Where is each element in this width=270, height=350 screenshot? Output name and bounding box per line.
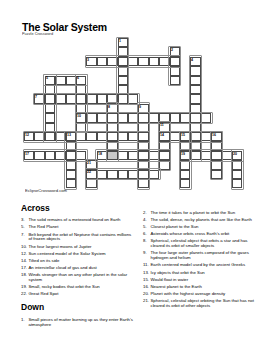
- clue-item: 3.The solid remains of a meteoroid found…: [21, 218, 133, 223]
- grid-cell[interactable]: [128, 170, 138, 179]
- grid-cell[interactable]: [86, 170, 96, 179]
- clue-number: 1.: [21, 317, 29, 327]
- grid-cell[interactable]: [138, 113, 148, 122]
- clue-item: 15.Would float in water: [143, 277, 255, 282]
- grid-cell[interactable]: [118, 47, 128, 56]
- clue-number: 11.: [143, 263, 151, 268]
- clue-number: 22.: [21, 292, 29, 297]
- grid-cell[interactable]: [201, 151, 211, 160]
- down-heading: Down: [21, 303, 133, 313]
- clue-number: 16.: [143, 284, 151, 289]
- grid-cell[interactable]: [66, 141, 76, 150]
- grid-cell[interactable]: [201, 132, 211, 141]
- grid-cell[interactable]: [159, 141, 169, 150]
- grid-cell[interactable]: [76, 85, 86, 94]
- clue-text: Planet with the highest average density: [151, 291, 256, 296]
- clue-item: 17.An interstellar cloud of gas and dust: [21, 265, 133, 270]
- clue-text: Winds stronger than on any other planet …: [29, 272, 134, 282]
- grid-cell[interactable]: [45, 113, 55, 122]
- grid-cell[interactable]: [118, 38, 128, 47]
- grid-cell[interactable]: [45, 132, 55, 141]
- clue-item: 2.The time it takes for a planet to orbi…: [143, 210, 255, 215]
- grid-cell[interactable]: [66, 76, 76, 85]
- clue-text: The Red Planet: [29, 225, 134, 230]
- clue-item: 11.Earth centered model used by the anci…: [143, 263, 255, 268]
- clue-text: An interstellar cloud of gas and dust: [29, 265, 134, 270]
- grid-cell[interactable]: [211, 141, 221, 150]
- grid-cell[interactable]: [128, 132, 138, 141]
- grid-cell[interactable]: [45, 94, 55, 103]
- grid-cell[interactable]: [97, 151, 107, 160]
- grid-cell[interactable]: [170, 57, 180, 66]
- grid-cell[interactable]: [24, 132, 34, 141]
- clue-item: 20.Planet with the highest average densi…: [143, 291, 255, 296]
- grid-cell[interactable]: [97, 132, 107, 141]
- grid-cell[interactable]: [128, 94, 138, 103]
- clue-number: 5.: [143, 224, 151, 229]
- clue-text: Spherical, celestial object that orbits …: [151, 239, 256, 249]
- clue-number: 7.: [21, 232, 29, 242]
- clue-number: 18.: [21, 272, 29, 282]
- grid-cell[interactable]: [159, 113, 169, 122]
- grid-cell[interactable]: [45, 104, 55, 113]
- grid-cell[interactable]: [190, 76, 200, 85]
- grid-cell[interactable]: [118, 57, 128, 66]
- clue-text: Tilted on its side: [29, 258, 134, 263]
- across-heading: Across: [21, 203, 133, 213]
- clue-item: 5.The Red Planet: [21, 225, 133, 230]
- clue-number: 15.: [143, 277, 151, 282]
- grid-cell[interactable]: [107, 170, 117, 179]
- grid-cell[interactable]: [211, 170, 221, 179]
- clue-text: Sun centered model of the Solar System: [29, 251, 134, 256]
- grid-cell[interactable]: [66, 160, 76, 169]
- clue-number: 6.: [143, 231, 151, 236]
- grid-cell[interactable]: [138, 179, 148, 188]
- grid-cell[interactable]: [190, 94, 200, 103]
- clue-number: 8.: [143, 239, 151, 249]
- worksheet-page: The Solar System Puzzle Crossword 123456…: [0, 0, 270, 350]
- grid-cell[interactable]: [107, 132, 117, 141]
- grid-cell[interactable]: [107, 123, 117, 132]
- grid-cell[interactable]: [180, 170, 190, 179]
- grid-cell[interactable]: [180, 141, 190, 150]
- grid-cell[interactable]: [76, 132, 86, 141]
- grid-cell[interactable]: [180, 160, 190, 169]
- grid-cell[interactable]: [128, 113, 138, 122]
- grid-cell[interactable]: [138, 123, 148, 132]
- clue-number: 21.: [143, 298, 151, 308]
- grid-cell[interactable]: [76, 94, 86, 103]
- grid-cell[interactable]: [232, 179, 242, 188]
- clue-item: 19.Small, rocky bodies that orbit the Su…: [21, 284, 133, 289]
- grid-cell[interactable]: [128, 151, 138, 160]
- grid-cell[interactable]: [118, 66, 128, 75]
- grid-cell[interactable]: [66, 179, 76, 188]
- grid-cell[interactable]: [97, 113, 107, 122]
- grid-cell[interactable]: [66, 151, 76, 160]
- clue-item: 1.Small pieces of matter burning up as t…: [21, 317, 133, 327]
- clue-text: Nearest planet to the Earth: [151, 284, 256, 289]
- grid-cell[interactable]: [159, 151, 169, 160]
- clue-text: Belt beyond the orbit of Neptune that co…: [29, 232, 134, 242]
- grid-cell[interactable]: [128, 57, 138, 66]
- grid-cell[interactable]: [138, 132, 148, 141]
- grid-cell[interactable]: [97, 94, 107, 103]
- clue-number: 5.: [21, 225, 29, 230]
- clue-number: 14.: [21, 258, 29, 263]
- grid-cell[interactable]: [24, 151, 34, 160]
- grid-cell[interactable]: [55, 94, 65, 103]
- clue-text: Would float in water: [151, 277, 256, 282]
- grid-cell[interactable]: [138, 160, 148, 169]
- grid-cell[interactable]: [190, 141, 200, 150]
- clue-text: Closest planet to the Sun: [151, 224, 256, 229]
- grid-cell[interactable]: [211, 160, 221, 169]
- grid-cell[interactable]: [55, 132, 65, 141]
- grid-cell[interactable]: [86, 160, 96, 169]
- grid-cell[interactable]: [34, 151, 44, 160]
- grid-cell[interactable]: [66, 94, 76, 103]
- grid-cell[interactable]: [190, 57, 200, 66]
- grid-cell[interactable]: [180, 151, 190, 160]
- clue-item: 8.Spherical, celestial object that orbit…: [143, 239, 255, 249]
- clue-item: 10.The four largest moons of Jupiter: [21, 244, 133, 249]
- grid-cell[interactable]: [86, 94, 96, 103]
- footer-link[interactable]: EclipseCrossword.com: [25, 189, 67, 193]
- clue-text: Small, rocky bodies that orbit the Sun: [29, 284, 134, 289]
- grid-cell[interactable]: [211, 132, 221, 141]
- grid-cell[interactable]: [107, 104, 117, 113]
- grid-cell[interactable]: [170, 132, 180, 141]
- grid-cell[interactable]: [34, 94, 44, 103]
- clue-text: The time it takes for a planet to orbit …: [151, 210, 256, 215]
- clue-item: 14.Tilted on its side: [21, 258, 133, 263]
- clue-text: The four large outer planets composed of…: [151, 251, 256, 261]
- grid-cell[interactable]: [159, 57, 169, 66]
- clue-number: 20.: [143, 291, 151, 296]
- clue-item: 13.Icy objects that orbit the Sun: [143, 270, 255, 275]
- grid-cell[interactable]: [149, 170, 159, 179]
- clue-item: 18.Winds stronger than on any other plan…: [21, 272, 133, 282]
- clue-item: 7.Belt beyond the orbit of Neptune that …: [21, 232, 133, 242]
- grid-cell[interactable]: [45, 85, 55, 94]
- clue-text: Small pieces of matter burning up as the…: [29, 317, 134, 327]
- grid-cell[interactable]: [118, 85, 128, 94]
- grid-cell[interactable]: [190, 104, 200, 113]
- grid-cell[interactable]: [107, 141, 117, 150]
- grid-cell[interactable]: [232, 151, 242, 160]
- grid-cell[interactable]: [149, 57, 159, 66]
- grid-cell[interactable]: [66, 170, 76, 179]
- clue-text: The four largest moons of Jupiter: [29, 244, 134, 249]
- grid-cell[interactable]: [170, 47, 180, 56]
- grid-cell[interactable]: [138, 170, 148, 179]
- grid-cell[interactable]: [107, 94, 117, 103]
- grid-cell[interactable]: [45, 76, 55, 85]
- grid-cell[interactable]: [190, 151, 200, 160]
- across-clue-list: 3.The solid remains of a meteoroid found…: [21, 218, 133, 297]
- grid-cell[interactable]: [170, 76, 180, 85]
- clue-number: 12.: [21, 251, 29, 256]
- grid-cell[interactable]: [180, 132, 190, 141]
- crossword-grid: 12345678910111213141516171819202122: [0, 0, 270, 200]
- grid-cell[interactable]: [138, 141, 148, 150]
- clue-number: 13.: [143, 270, 151, 275]
- grid-cell[interactable]: [149, 151, 159, 160]
- grid-cell[interactable]: [138, 104, 148, 113]
- clue-number: 3.: [21, 218, 29, 223]
- clue-column-right: 2.The time it takes for a planet to orbi…: [143, 203, 255, 329]
- clue-text: The solid remains of a meteoroid found o…: [29, 218, 134, 223]
- grid-cell[interactable]: [190, 132, 200, 141]
- grid-cell[interactable]: [118, 113, 128, 122]
- grid-cell[interactable]: [211, 151, 221, 160]
- clue-section: Across 3.The solid remains of a meteoroi…: [21, 203, 256, 329]
- grid-cell[interactable]: [107, 57, 117, 66]
- clue-text: Asteroids whose orbits cross Earth's orb…: [151, 231, 256, 236]
- grid-cell[interactable]: [45, 151, 55, 160]
- grid-cell[interactable]: [149, 113, 159, 122]
- clue-text: Spherical, celestial object orbiting the…: [151, 298, 256, 308]
- grid-cell[interactable]: [76, 151, 86, 160]
- grid-cell[interactable]: [138, 151, 148, 160]
- grid-cell[interactable]: [107, 151, 117, 160]
- grid-cell[interactable]: [170, 66, 180, 75]
- grid-cell[interactable]: [55, 76, 65, 85]
- clue-item: 4.The solid, dense, rocky planets that a…: [143, 217, 255, 222]
- clue-item: 21.Spherical, celestial object orbiting …: [143, 298, 255, 308]
- grid-cell[interactable]: [76, 76, 86, 85]
- grid-cell[interactable]: [190, 113, 200, 122]
- grid-cell[interactable]: [222, 151, 232, 160]
- grid-cell[interactable]: [118, 151, 128, 160]
- grid-cell[interactable]: [138, 57, 148, 66]
- clue-number: 10.: [21, 244, 29, 249]
- clue-column-left: Across 3.The solid remains of a meteoroi…: [21, 203, 133, 329]
- grid-cell[interactable]: [86, 113, 96, 122]
- grid-cell[interactable]: [170, 113, 180, 122]
- down-clue-list-left: 1.Small pieces of matter burning up as t…: [21, 317, 133, 327]
- grid-cell[interactable]: [232, 160, 242, 169]
- grid-cell[interactable]: [45, 123, 55, 132]
- clue-item: 12.Sun centered model of the Solar Syste…: [21, 251, 133, 256]
- grid-cell[interactable]: [159, 160, 169, 169]
- grid-cell[interactable]: [118, 132, 128, 141]
- grid-cell[interactable]: [34, 132, 44, 141]
- clue-item: 6.Asteroids whose orbits cross Earth's o…: [143, 231, 255, 236]
- grid-cell[interactable]: [76, 123, 86, 132]
- grid-cell[interactable]: [190, 85, 200, 94]
- clue-item: 9.The four large outer planets composed …: [143, 251, 255, 261]
- clue-text: Great Red Spot: [29, 292, 134, 297]
- grid-cell[interactable]: [118, 76, 128, 85]
- clue-number: 17.: [21, 265, 29, 270]
- grid-cell[interactable]: [76, 113, 86, 122]
- grid-cell[interactable]: [55, 151, 65, 160]
- grid-cell[interactable]: [180, 113, 190, 122]
- down-clue-list-right: 2.The time it takes for a planet to orbi…: [143, 210, 255, 308]
- clue-number: 9.: [143, 251, 151, 261]
- grid-cell[interactable]: [97, 170, 107, 179]
- grid-cell[interactable]: [86, 132, 96, 141]
- grid-cell[interactable]: [66, 132, 76, 141]
- grid-cell[interactable]: [180, 179, 190, 188]
- grid-cell[interactable]: [86, 57, 96, 66]
- clue-text: Icy objects that orbit the Sun: [151, 270, 256, 275]
- clue-item: 22.Great Red Spot: [21, 292, 133, 297]
- clue-text: The solid, dense, rocky planets that are…: [151, 217, 256, 222]
- clue-number: 4.: [143, 217, 151, 222]
- clue-text: Earth centered model used by the ancient…: [151, 263, 256, 268]
- clue-number: 2.: [143, 210, 151, 215]
- grid-cell[interactable]: [107, 113, 117, 122]
- grid-cell[interactable]: [232, 170, 242, 179]
- grid-cell[interactable]: [190, 123, 200, 132]
- grid-cell[interactable]: [201, 113, 211, 122]
- clue-item: 5.Closest planet to the Sun: [143, 224, 255, 229]
- grid-cell[interactable]: [86, 179, 96, 188]
- grid-cell[interactable]: [190, 66, 200, 75]
- grid-cell[interactable]: [118, 170, 128, 179]
- grid-cell[interactable]: [159, 123, 169, 132]
- grid-cell[interactable]: [159, 132, 169, 141]
- grid-cell[interactable]: [76, 104, 86, 113]
- clue-item: 16.Nearest planet to the Earth: [143, 284, 255, 289]
- grid-cell[interactable]: [118, 94, 128, 103]
- grid-cell[interactable]: [97, 57, 107, 66]
- clue-number: 19.: [21, 284, 29, 289]
